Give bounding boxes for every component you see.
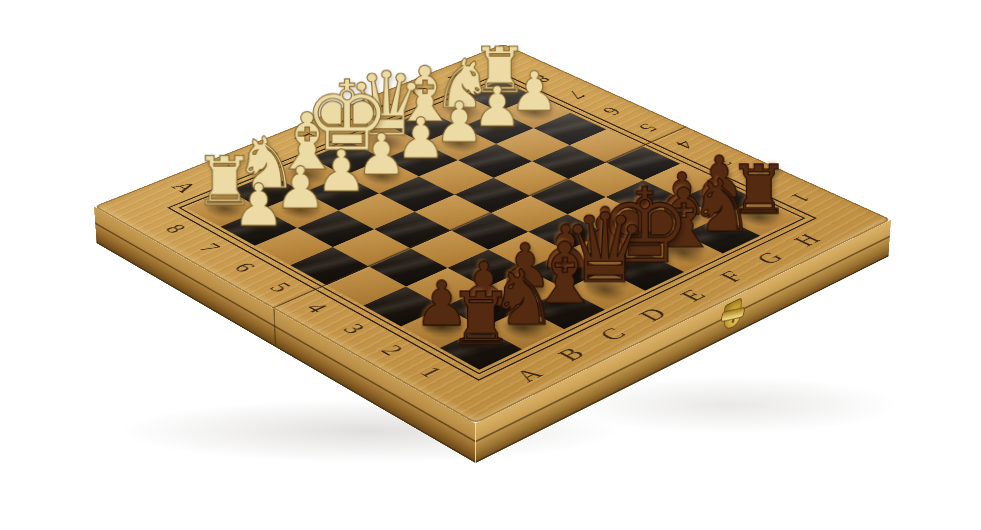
dark-rook-icon: ♜: [400, 283, 562, 356]
product-photo-scene: ♜♟♟♜♞♟♟♞♝♟♟♝♛♟♟♚♚♟♟♛♝♟♟♝♞♟♟♞♜♟♟♜ 8765432…: [0, 0, 981, 530]
chessboard-box: ♜♟♟♜♞♟♟♞♝♟♟♝♛♟♟♚♚♟♟♛♝♟♟♝♞♟♟♞♜♟♟♜ 8765432…: [93, 44, 890, 424]
fold-seam-side: [273, 309, 276, 346]
light-pawn-icon: ♟: [183, 176, 334, 234]
brass-latch-icon: [720, 294, 746, 335]
board-top-face: ♜♟♟♜♞♟♟♞♝♟♟♝♛♟♟♚♚♟♟♛♝♟♟♝♞♟♟♞♜♟♟♜ 8765432…: [93, 44, 890, 424]
